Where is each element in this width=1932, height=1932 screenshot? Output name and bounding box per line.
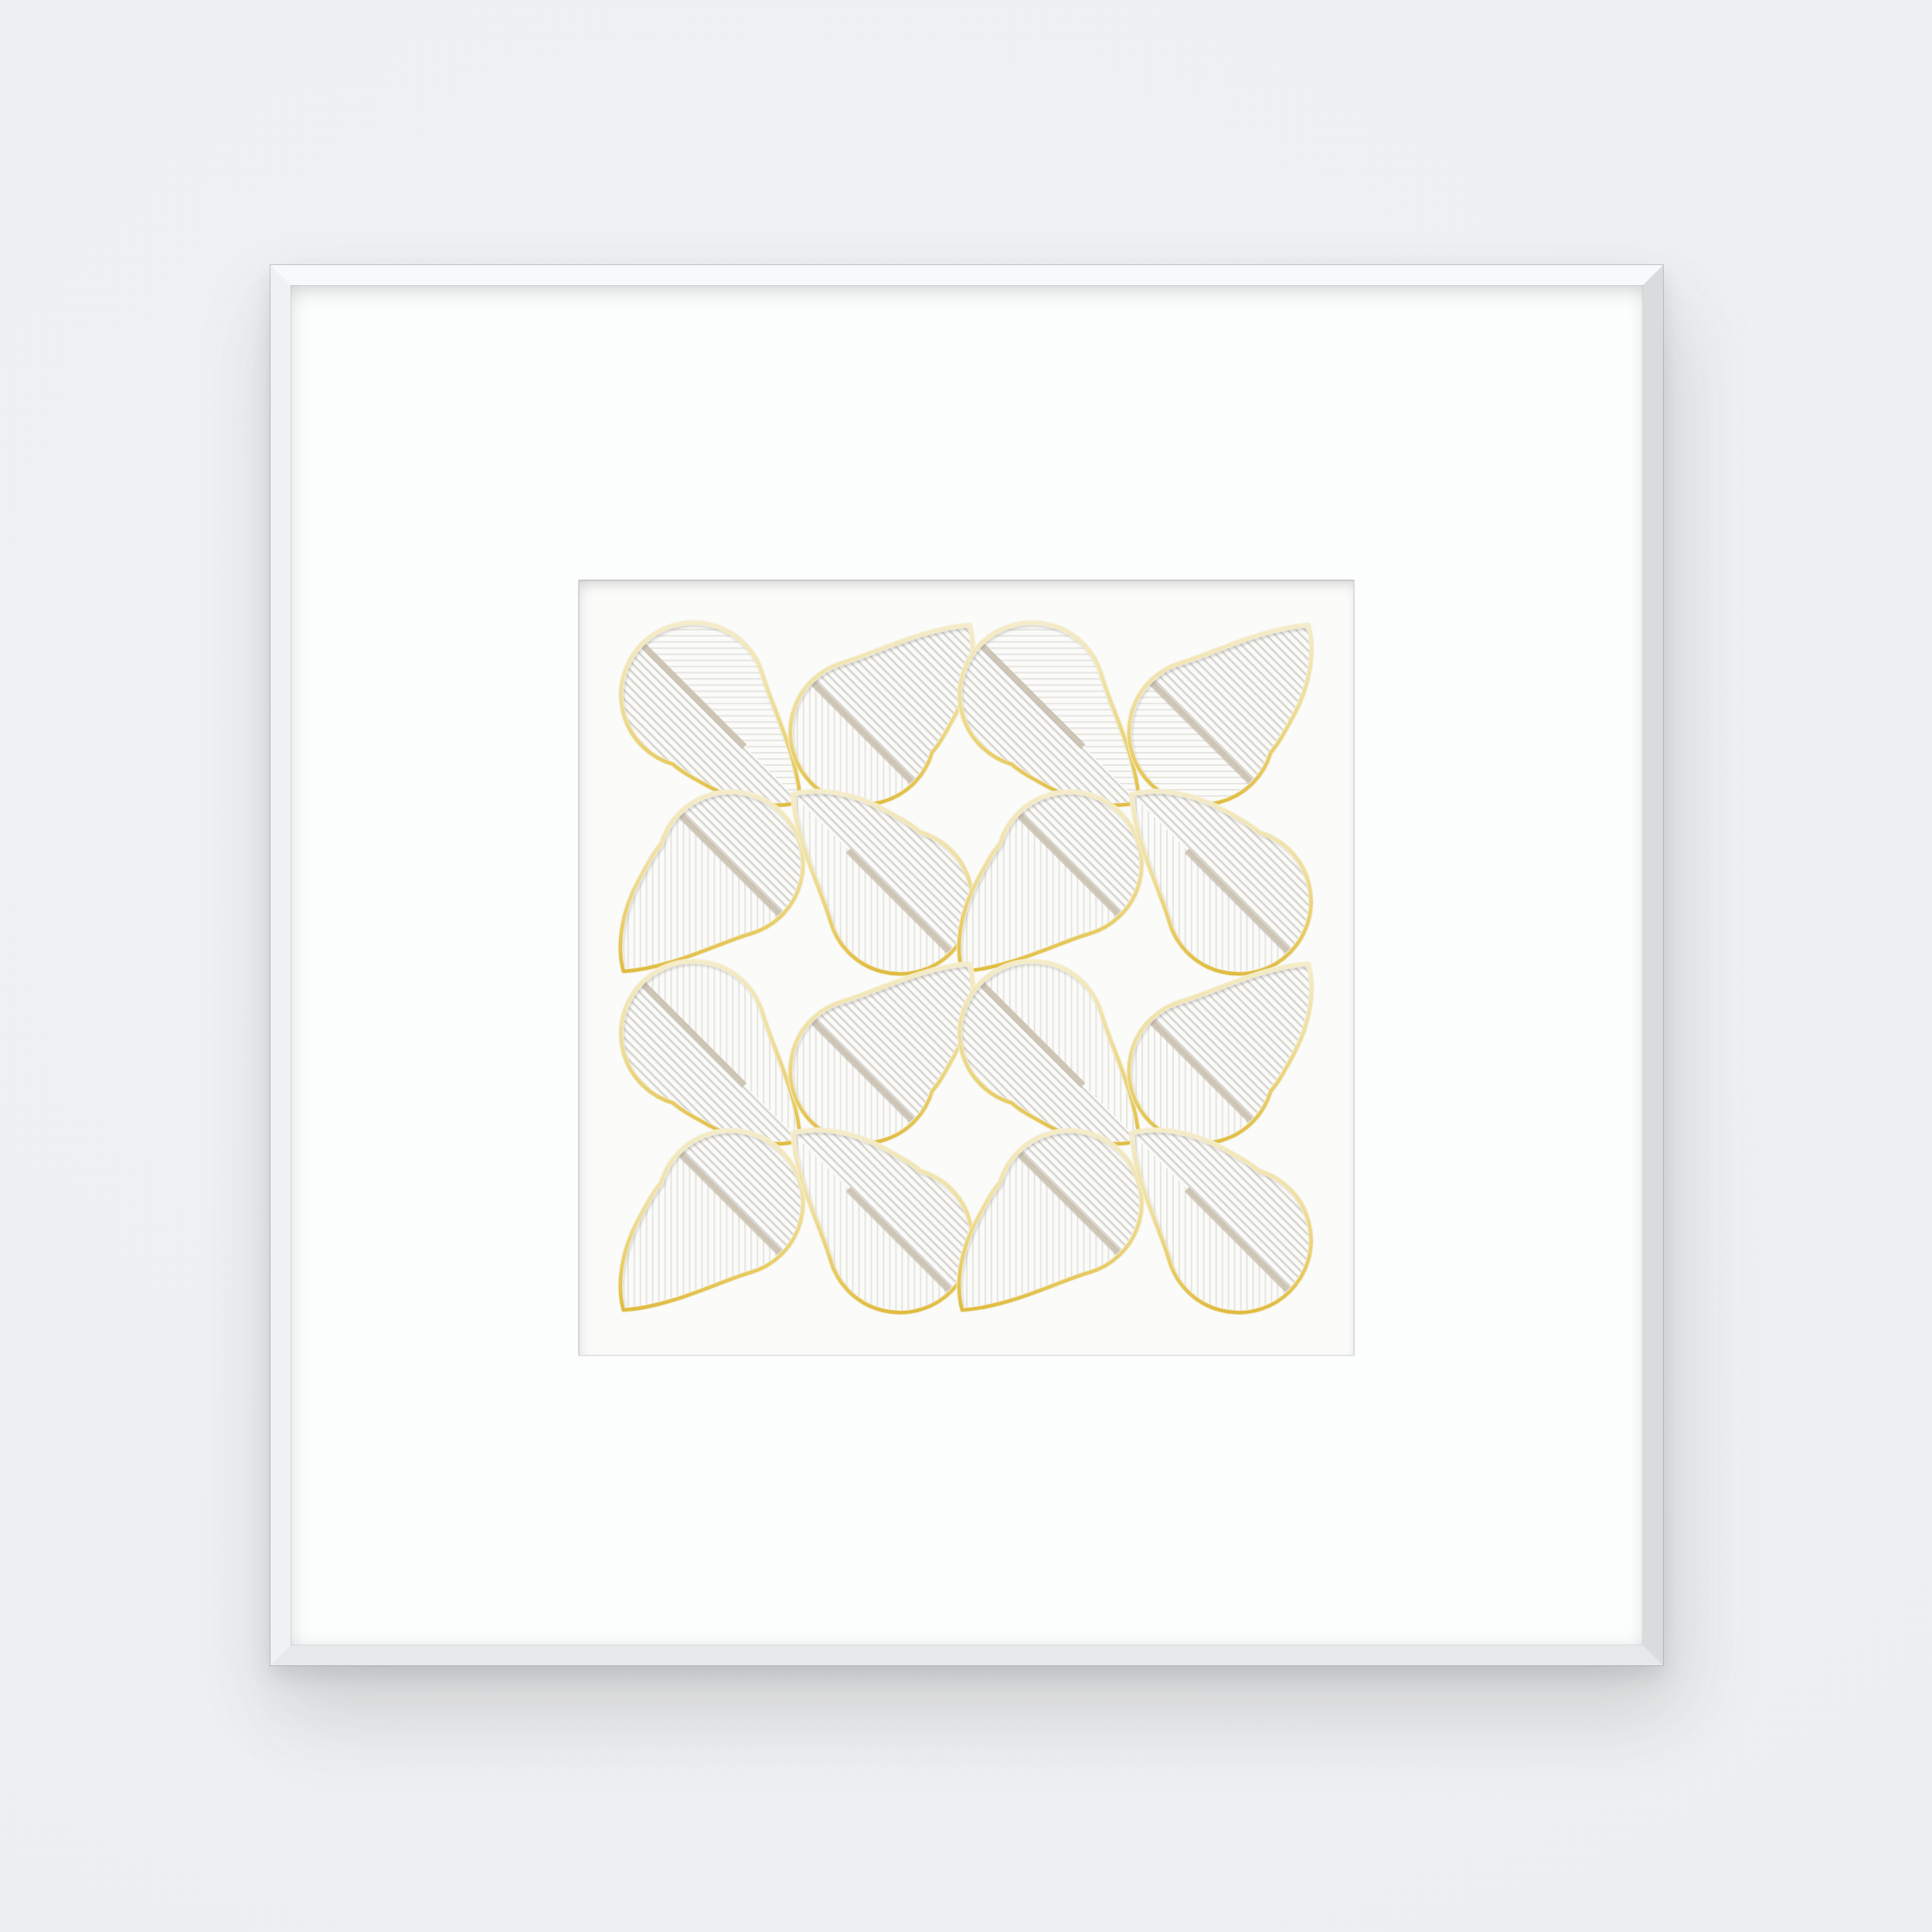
- artwork-window: [578, 580, 1355, 1356]
- mat-board: [291, 285, 1643, 1645]
- papercut-artwork: [580, 581, 1353, 1355]
- wall-background: [0, 0, 1932, 1932]
- picture-frame: [270, 265, 1663, 1665]
